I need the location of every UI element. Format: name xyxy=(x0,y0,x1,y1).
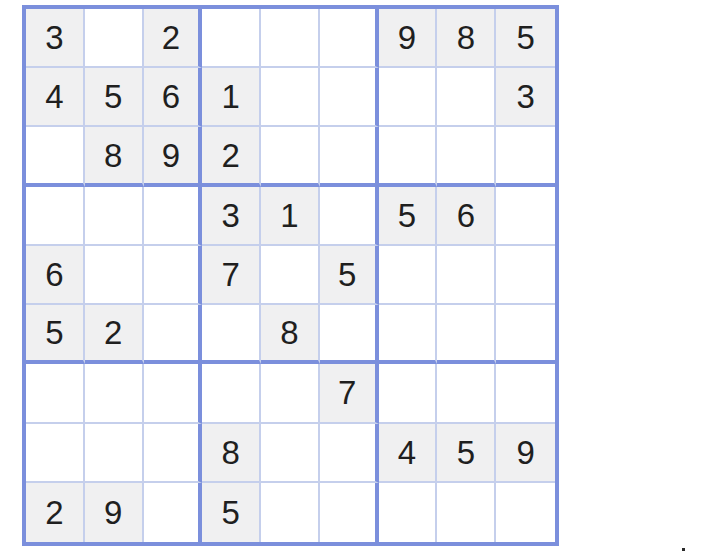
cell-r3c2[interactable]: 8 xyxy=(85,127,144,186)
cell-r2c1[interactable]: 4 xyxy=(26,68,85,127)
cell-r5c7[interactable] xyxy=(379,246,438,305)
cell-r9c2[interactable]: 9 xyxy=(85,483,144,542)
cell-r9c9[interactable] xyxy=(496,483,555,542)
cell-r7c4[interactable] xyxy=(202,364,261,423)
cell-r4c6[interactable] xyxy=(320,187,379,246)
cell-r8c8[interactable]: 5 xyxy=(437,424,496,483)
cell-r1c7[interactable]: 9 xyxy=(379,9,438,68)
cell-r5c1[interactable]: 6 xyxy=(26,246,85,305)
cell-r5c8[interactable] xyxy=(437,246,496,305)
cell-r6c6[interactable] xyxy=(320,305,379,364)
cell-r8c4[interactable]: 8 xyxy=(202,424,261,483)
cell-r6c2[interactable]: 2 xyxy=(85,305,144,364)
cell-r7c6[interactable]: 7 xyxy=(320,364,379,423)
cell-r3c9[interactable] xyxy=(496,127,555,186)
cell-r3c3[interactable]: 9 xyxy=(144,127,203,186)
cell-r9c4[interactable]: 5 xyxy=(202,483,261,542)
cell-r9c1[interactable]: 2 xyxy=(26,483,85,542)
cell-r4c7[interactable]: 5 xyxy=(379,187,438,246)
cell-r1c6[interactable] xyxy=(320,9,379,68)
cell-r5c4[interactable]: 7 xyxy=(202,246,261,305)
cell-r8c3[interactable] xyxy=(144,424,203,483)
cell-r1c5[interactable] xyxy=(261,9,320,68)
cell-r1c3[interactable]: 2 xyxy=(144,9,203,68)
cell-r9c5[interactable] xyxy=(261,483,320,542)
sudoku-board: 3298545613892315667552878459295 xyxy=(22,5,559,546)
cell-r5c6[interactable]: 5 xyxy=(320,246,379,305)
cell-r4c2[interactable] xyxy=(85,187,144,246)
cell-r1c8[interactable]: 8 xyxy=(437,9,496,68)
cell-r3c1[interactable] xyxy=(26,127,85,186)
cell-r2c5[interactable] xyxy=(261,68,320,127)
cell-r7c9[interactable] xyxy=(496,364,555,423)
cell-r2c7[interactable] xyxy=(379,68,438,127)
cell-r6c1[interactable]: 5 xyxy=(26,305,85,364)
cell-r5c3[interactable] xyxy=(144,246,203,305)
cell-r1c9[interactable]: 5 xyxy=(496,9,555,68)
cell-r6c3[interactable] xyxy=(144,305,203,364)
cell-r6c9[interactable] xyxy=(496,305,555,364)
cell-r6c8[interactable] xyxy=(437,305,496,364)
cell-r8c7[interactable]: 4 xyxy=(379,424,438,483)
cell-r2c3[interactable]: 6 xyxy=(144,68,203,127)
cell-r6c7[interactable] xyxy=(379,305,438,364)
cell-r8c1[interactable] xyxy=(26,424,85,483)
cell-r5c2[interactable] xyxy=(85,246,144,305)
cell-r1c4[interactable] xyxy=(202,9,261,68)
cell-r4c1[interactable] xyxy=(26,187,85,246)
cell-r7c2[interactable] xyxy=(85,364,144,423)
cell-r9c6[interactable] xyxy=(320,483,379,542)
cell-r8c9[interactable]: 9 xyxy=(496,424,555,483)
cell-r4c3[interactable] xyxy=(144,187,203,246)
cell-r3c5[interactable] xyxy=(261,127,320,186)
cell-r9c8[interactable] xyxy=(437,483,496,542)
cell-r8c5[interactable] xyxy=(261,424,320,483)
artifact-dot xyxy=(682,548,685,551)
cell-r2c2[interactable]: 5 xyxy=(85,68,144,127)
cell-r7c3[interactable] xyxy=(144,364,203,423)
cell-r4c5[interactable]: 1 xyxy=(261,187,320,246)
cell-r4c9[interactable] xyxy=(496,187,555,246)
cell-r3c6[interactable] xyxy=(320,127,379,186)
cell-r8c6[interactable] xyxy=(320,424,379,483)
cell-r3c4[interactable]: 2 xyxy=(202,127,261,186)
cell-r7c1[interactable] xyxy=(26,364,85,423)
cell-r5c5[interactable] xyxy=(261,246,320,305)
cell-r2c6[interactable] xyxy=(320,68,379,127)
cell-r3c8[interactable] xyxy=(437,127,496,186)
cell-r4c8[interactable]: 6 xyxy=(437,187,496,246)
cell-r1c2[interactable] xyxy=(85,9,144,68)
cell-r6c4[interactable] xyxy=(202,305,261,364)
cell-r7c7[interactable] xyxy=(379,364,438,423)
cell-r2c9[interactable]: 3 xyxy=(496,68,555,127)
cell-r8c2[interactable] xyxy=(85,424,144,483)
cell-r6c5[interactable]: 8 xyxy=(261,305,320,364)
cell-r5c9[interactable] xyxy=(496,246,555,305)
cell-r7c8[interactable] xyxy=(437,364,496,423)
cell-r2c4[interactable]: 1 xyxy=(202,68,261,127)
cell-r9c3[interactable] xyxy=(144,483,203,542)
cell-r1c1[interactable]: 3 xyxy=(26,9,85,68)
cell-r2c8[interactable] xyxy=(437,68,496,127)
cell-r3c7[interactable] xyxy=(379,127,438,186)
cell-r7c5[interactable] xyxy=(261,364,320,423)
cell-r9c7[interactable] xyxy=(379,483,438,542)
cell-r4c4[interactable]: 3 xyxy=(202,187,261,246)
